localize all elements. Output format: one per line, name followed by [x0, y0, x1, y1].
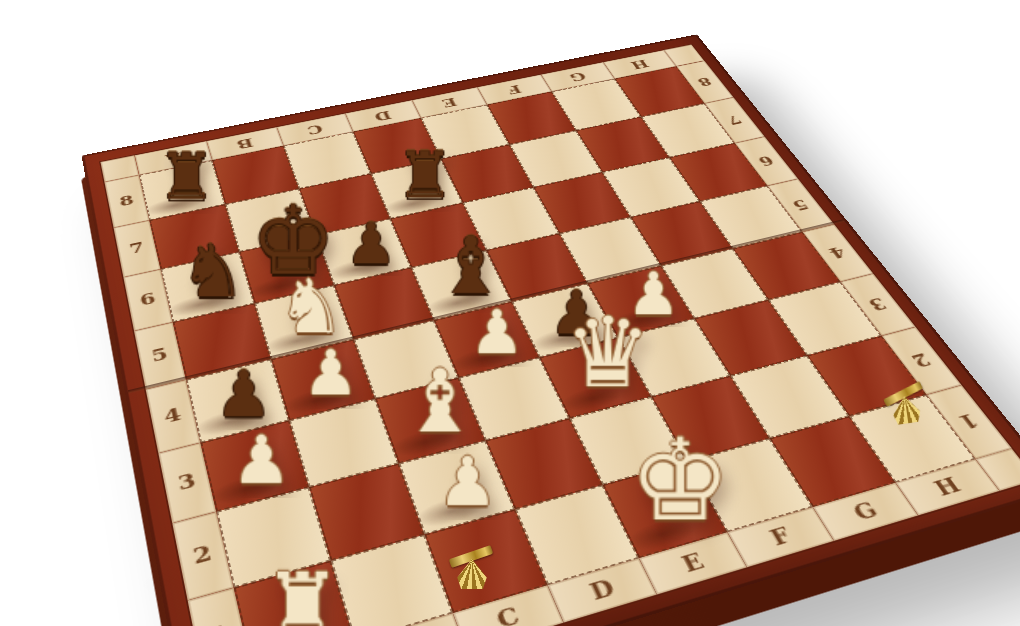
piece-white-pawn: ♟ [303, 341, 359, 404]
piece-white-queen: ♛ [564, 305, 651, 402]
piece-black-rook: ♜ [158, 144, 216, 209]
brass-clasp-front-icon [446, 546, 498, 598]
scene: ABCDEFGH8♜87♜76♞♚♟65♞♝54♟♟♟♟♟43♟♝♛32♟21♜… [0, 0, 1020, 626]
chess-set-photo: ABCDEFGH8♜87♜76♞♚♟65♞♝54♟♟♟♟♟43♟♝♛32♟21♜… [0, 0, 1020, 626]
rank-label-4-left: 4 [146, 380, 201, 454]
board-tilt: ABCDEFGH8♜87♜76♞♚♟65♞♝54♟♟♟♟♟43♟♝♛32♟21♜… [82, 34, 1020, 626]
piece-black-rook: ♜ [396, 142, 454, 207]
square-e3: ♛ [540, 338, 652, 419]
piece-black-pawn: ♟ [346, 215, 397, 272]
piece-white-knight: ♞ [278, 269, 345, 344]
piece-white-king: ♚ [629, 425, 731, 538]
piece-white-pawn: ♟ [437, 448, 498, 516]
piece-black-bishop: ♝ [436, 227, 506, 306]
board-grid: ABCDEFGH8♜87♜76♞♚♟65♞♝54♟♟♟♟♟43♟♝♛32♟21♜… [99, 44, 1020, 626]
piece-white-bishop: ♝ [401, 359, 479, 446]
piece-white-rook: ♜ [263, 561, 342, 626]
piece-black-knight: ♞ [180, 235, 245, 308]
piece-black-pawn: ♟ [215, 362, 272, 426]
square-b4: ♟ [271, 340, 375, 421]
piece-white-pawn: ♟ [232, 426, 292, 493]
brass-clasp-right-icon [879, 381, 933, 435]
chess-board: ABCDEFGH8♜87♜76♞♚♟65♞♝54♟♟♟♟♟43♟♝♛32♟21♜… [82, 34, 1020, 626]
